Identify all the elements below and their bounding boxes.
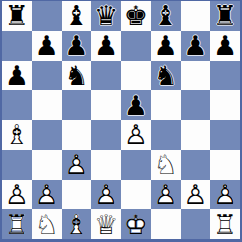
square-h5[interactable] <box>210 90 240 120</box>
black-rook-piece[interactable]: ♜ <box>5 2 29 29</box>
black-knight-piece[interactable]: ♞ <box>154 62 178 89</box>
square-d5[interactable] <box>91 90 121 120</box>
black-pawn-piece[interactable]: ♟ <box>5 62 29 89</box>
square-d8[interactable]: ♛ <box>91 1 121 31</box>
white-pawn-piece-outline: ♙ <box>183 181 207 208</box>
white-rook-piece[interactable]: ♜♖ <box>213 211 237 238</box>
square-d3[interactable] <box>91 150 121 180</box>
white-king-piece[interactable]: ♚♔ <box>124 211 148 238</box>
square-a7[interactable] <box>2 31 32 61</box>
square-c3[interactable]: ♟♙ <box>62 150 92 180</box>
black-pawn-piece[interactable]: ♟ <box>213 32 237 59</box>
square-h2[interactable]: ♟♙ <box>210 180 240 210</box>
square-c6[interactable]: ♞ <box>62 61 92 91</box>
white-pawn-piece[interactable]: ♟♙ <box>94 181 118 208</box>
square-a3[interactable] <box>2 150 32 180</box>
square-h1[interactable]: ♜♖ <box>210 209 240 239</box>
black-pawn-piece[interactable]: ♟ <box>183 32 207 59</box>
square-e7[interactable] <box>121 31 151 61</box>
chess-board-frame: ♜♝♛♚♝♜♟♟♟♟♟♟♟♞♞♟♝♗♟♙♟♙♞♘♟♙♟♙♟♙♟♙♟♙♟♙♜♖♞♘… <box>0 0 242 242</box>
square-h4[interactable] <box>210 120 240 150</box>
square-e3[interactable] <box>121 150 151 180</box>
black-pawn-piece[interactable]: ♟ <box>154 32 178 59</box>
square-c2[interactable] <box>62 180 92 210</box>
square-f3[interactable]: ♞♘ <box>151 150 181 180</box>
white-knight-piece-outline: ♘ <box>154 151 178 178</box>
square-e6[interactable] <box>121 61 151 91</box>
square-b1[interactable]: ♞♘ <box>32 209 62 239</box>
white-pawn-piece-outline: ♙ <box>213 181 237 208</box>
square-a1[interactable]: ♜♖ <box>2 209 32 239</box>
square-e4[interactable]: ♟♙ <box>121 120 151 150</box>
square-a8[interactable]: ♜ <box>2 1 32 31</box>
white-rook-piece-outline: ♖ <box>5 211 29 238</box>
square-e1[interactable]: ♚♔ <box>121 209 151 239</box>
white-bishop-piece-outline: ♗ <box>5 121 29 148</box>
white-bishop-piece-outline: ♗ <box>64 211 88 238</box>
white-rook-piece-outline: ♖ <box>213 211 237 238</box>
square-f8[interactable]: ♝ <box>151 1 181 31</box>
square-a2[interactable]: ♟♙ <box>2 180 32 210</box>
square-f4[interactable] <box>151 120 181 150</box>
square-e8[interactable]: ♚ <box>121 1 151 31</box>
white-pawn-piece[interactable]: ♟♙ <box>154 181 178 208</box>
square-h7[interactable]: ♟ <box>210 31 240 61</box>
white-pawn-piece-outline: ♙ <box>35 181 59 208</box>
black-pawn-piece[interactable]: ♟ <box>94 32 118 59</box>
black-rook-piece[interactable]: ♜ <box>213 2 237 29</box>
square-b3[interactable] <box>32 150 62 180</box>
square-d7[interactable]: ♟ <box>91 31 121 61</box>
chess-board: ♜♝♛♚♝♜♟♟♟♟♟♟♟♞♞♟♝♗♟♙♟♙♞♘♟♙♟♙♟♙♟♙♟♙♟♙♜♖♞♘… <box>2 1 240 239</box>
square-b5[interactable] <box>32 90 62 120</box>
square-f6[interactable]: ♞ <box>151 61 181 91</box>
white-knight-piece[interactable]: ♞♘ <box>35 211 59 238</box>
square-g1[interactable] <box>181 209 211 239</box>
square-c8[interactable]: ♝ <box>62 1 92 31</box>
square-c5[interactable] <box>62 90 92 120</box>
square-f5[interactable] <box>151 90 181 120</box>
white-rook-piece[interactable]: ♜♖ <box>5 211 29 238</box>
square-e5[interactable]: ♟ <box>121 90 151 120</box>
square-b4[interactable] <box>32 120 62 150</box>
black-queen-piece[interactable]: ♛ <box>94 2 118 29</box>
white-pawn-piece[interactable]: ♟♙ <box>64 151 88 178</box>
square-b7[interactable]: ♟ <box>32 31 62 61</box>
white-pawn-piece-outline: ♙ <box>124 121 148 148</box>
white-knight-piece[interactable]: ♞♘ <box>154 151 178 178</box>
square-d6[interactable] <box>91 61 121 91</box>
white-pawn-piece-outline: ♙ <box>64 151 88 178</box>
square-h3[interactable] <box>210 150 240 180</box>
black-knight-piece[interactable]: ♞ <box>64 62 88 89</box>
black-bishop-piece[interactable]: ♝ <box>64 2 88 29</box>
square-a5[interactable] <box>2 90 32 120</box>
white-king-piece-outline: ♔ <box>124 211 148 238</box>
square-c7[interactable]: ♟ <box>62 31 92 61</box>
square-g3[interactable] <box>181 150 211 180</box>
square-g2[interactable]: ♟♙ <box>181 180 211 210</box>
square-b2[interactable]: ♟♙ <box>32 180 62 210</box>
black-pawn-piece[interactable]: ♟ <box>64 32 88 59</box>
square-h6[interactable] <box>210 61 240 91</box>
square-g6[interactable] <box>181 61 211 91</box>
square-f7[interactable]: ♟ <box>151 31 181 61</box>
square-g5[interactable] <box>181 90 211 120</box>
white-pawn-piece[interactable]: ♟♙ <box>5 181 29 208</box>
white-pawn-piece[interactable]: ♟♙ <box>183 181 207 208</box>
white-pawn-piece-outline: ♙ <box>154 181 178 208</box>
black-pawn-piece[interactable]: ♟ <box>124 92 148 119</box>
white-pawn-piece[interactable]: ♟♙ <box>124 121 148 148</box>
white-pawn-piece[interactable]: ♟♙ <box>213 181 237 208</box>
white-queen-piece-outline: ♕ <box>94 211 118 238</box>
square-g8[interactable] <box>181 1 211 31</box>
white-bishop-piece[interactable]: ♝♗ <box>64 211 88 238</box>
white-pawn-piece[interactable]: ♟♙ <box>35 181 59 208</box>
white-bishop-piece[interactable]: ♝♗ <box>5 121 29 148</box>
square-a6[interactable]: ♟ <box>2 61 32 91</box>
black-bishop-piece[interactable]: ♝ <box>154 2 178 29</box>
square-c4[interactable] <box>62 120 92 150</box>
black-pawn-piece[interactable]: ♟ <box>35 32 59 59</box>
square-a4[interactable]: ♝♗ <box>2 120 32 150</box>
square-b6[interactable] <box>32 61 62 91</box>
square-f1[interactable] <box>151 209 181 239</box>
square-d1[interactable]: ♛♕ <box>91 209 121 239</box>
square-e2[interactable] <box>121 180 151 210</box>
square-h8[interactable]: ♜ <box>210 1 240 31</box>
square-g4[interactable] <box>181 120 211 150</box>
square-d2[interactable]: ♟♙ <box>91 180 121 210</box>
square-f2[interactable]: ♟♙ <box>151 180 181 210</box>
white-knight-piece-outline: ♘ <box>35 211 59 238</box>
square-b8[interactable] <box>32 1 62 31</box>
white-pawn-piece-outline: ♙ <box>5 181 29 208</box>
white-queen-piece[interactable]: ♛♕ <box>94 211 118 238</box>
square-c1[interactable]: ♝♗ <box>62 209 92 239</box>
black-king-piece[interactable]: ♚ <box>124 2 148 29</box>
square-d4[interactable] <box>91 120 121 150</box>
square-g7[interactable]: ♟ <box>181 31 211 61</box>
white-pawn-piece-outline: ♙ <box>94 181 118 208</box>
